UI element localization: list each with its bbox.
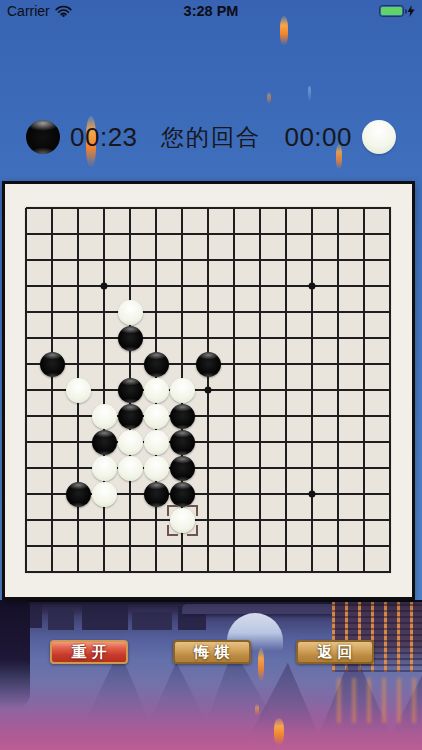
black-stone	[118, 326, 143, 351]
board-cell[interactable]	[273, 481, 299, 507]
board-cell[interactable]	[65, 273, 91, 299]
board-cell[interactable]	[39, 377, 65, 403]
board-cell[interactable]	[91, 507, 117, 533]
black-stone	[118, 404, 143, 429]
board-cell[interactable]	[39, 221, 65, 247]
board-cell[interactable]	[325, 455, 351, 481]
board-cell[interactable]	[325, 559, 351, 585]
board-cell[interactable]	[143, 455, 169, 481]
clock: 3:28 PM	[0, 3, 422, 19]
board-cell[interactable]	[169, 507, 195, 533]
board-cell[interactable]	[39, 195, 65, 221]
board-cell[interactable]	[377, 533, 403, 559]
board-cell[interactable]	[13, 325, 39, 351]
board-cell[interactable]	[65, 455, 91, 481]
board-cell[interactable]	[221, 247, 247, 273]
board-cell[interactable]	[143, 273, 169, 299]
board-cell[interactable]	[117, 377, 143, 403]
white-stone	[92, 404, 117, 429]
white-stone	[118, 300, 143, 325]
white-stone	[118, 456, 143, 481]
board-cell[interactable]	[351, 403, 377, 429]
board-cell[interactable]	[13, 221, 39, 247]
board-cell[interactable]	[91, 351, 117, 377]
board-cell[interactable]	[195, 195, 221, 221]
board-cell[interactable]	[299, 455, 325, 481]
board-cell[interactable]	[273, 377, 299, 403]
black-stone	[170, 404, 195, 429]
board-cell[interactable]	[65, 559, 91, 585]
board-cell[interactable]	[13, 481, 39, 507]
board-cell[interactable]	[325, 377, 351, 403]
board-cell[interactable]	[351, 559, 377, 585]
board-cell[interactable]	[273, 351, 299, 377]
board-cell[interactable]	[221, 481, 247, 507]
board-cell[interactable]	[65, 299, 91, 325]
board-cell[interactable]	[117, 221, 143, 247]
board-cell[interactable]	[143, 325, 169, 351]
black-stone	[66, 482, 91, 507]
turn-hud: 您的回合 00:23 00:00	[0, 115, 422, 159]
board-cell[interactable]	[377, 247, 403, 273]
board-cell[interactable]	[325, 533, 351, 559]
board-cell[interactable]	[273, 325, 299, 351]
black-stone	[170, 456, 195, 481]
board-cell[interactable]	[221, 377, 247, 403]
board-cell[interactable]	[117, 455, 143, 481]
black-stone	[40, 352, 65, 377]
board-cell[interactable]	[195, 429, 221, 455]
board-panel	[2, 181, 415, 600]
board-cell[interactable]	[143, 299, 169, 325]
board-cell[interactable]	[195, 481, 221, 507]
board-cell[interactable]	[65, 533, 91, 559]
board-cell[interactable]	[13, 559, 39, 585]
board-cell[interactable]	[325, 221, 351, 247]
white-stone	[144, 378, 169, 403]
board-cell[interactable]	[91, 273, 117, 299]
board-cell[interactable]	[39, 273, 65, 299]
board-cell[interactable]	[195, 533, 221, 559]
board-cell[interactable]	[247, 351, 273, 377]
board-cell[interactable]	[169, 221, 195, 247]
board-cell[interactable]	[247, 429, 273, 455]
board-cell[interactable]	[247, 221, 273, 247]
board-cell[interactable]	[143, 247, 169, 273]
white-stone	[92, 456, 117, 481]
board-cell[interactable]	[117, 247, 143, 273]
board-cell[interactable]	[351, 351, 377, 377]
board-cell[interactable]	[273, 299, 299, 325]
board-cell[interactable]	[91, 455, 117, 481]
board-cell[interactable]	[39, 533, 65, 559]
board-cell[interactable]	[247, 455, 273, 481]
board-cell[interactable]	[13, 455, 39, 481]
board-cell[interactable]	[377, 429, 403, 455]
board-cell[interactable]	[325, 325, 351, 351]
board-cell[interactable]	[221, 299, 247, 325]
board-cell[interactable]	[195, 377, 221, 403]
board-cell[interactable]	[117, 481, 143, 507]
board-cell[interactable]	[273, 221, 299, 247]
board-cell[interactable]	[91, 299, 117, 325]
ember-particle	[267, 92, 271, 104]
board-cell[interactable]	[221, 325, 247, 351]
action-buttons: 重开 悔棋 返回	[0, 640, 422, 668]
white-stone	[144, 430, 169, 455]
board-cell[interactable]	[377, 221, 403, 247]
board-cell[interactable]	[195, 325, 221, 351]
white-stone	[92, 482, 117, 507]
board-cell[interactable]	[299, 559, 325, 585]
board-cell[interactable]	[39, 481, 65, 507]
board-cell[interactable]	[65, 195, 91, 221]
board-cell[interactable]	[143, 507, 169, 533]
board-cell[interactable]	[143, 559, 169, 585]
white-stone	[170, 378, 195, 403]
board-cell[interactable]	[377, 559, 403, 585]
board-cell[interactable]	[91, 221, 117, 247]
board-cell[interactable]	[221, 507, 247, 533]
board-cell[interactable]	[299, 481, 325, 507]
board-cell[interactable]	[195, 559, 221, 585]
board-cell[interactable]	[195, 247, 221, 273]
board-cell[interactable]	[221, 221, 247, 247]
board-cell[interactable]	[221, 195, 247, 221]
board-cell[interactable]	[377, 273, 403, 299]
board-cell[interactable]	[377, 325, 403, 351]
board-cell[interactable]	[195, 221, 221, 247]
board-cell[interactable]	[351, 507, 377, 533]
black-stone	[92, 430, 117, 455]
board-cell[interactable]	[247, 507, 273, 533]
turn-label: 您的回合	[0, 122, 422, 153]
black-stone	[144, 482, 169, 507]
board-cell[interactable]	[299, 247, 325, 273]
board-cell[interactable]	[91, 247, 117, 273]
board-cell[interactable]	[351, 299, 377, 325]
board-cell[interactable]	[325, 273, 351, 299]
board-cell[interactable]	[299, 533, 325, 559]
board-cell[interactable]	[143, 377, 169, 403]
board-cell[interactable]	[221, 351, 247, 377]
board-cell[interactable]	[117, 403, 143, 429]
board-cell[interactable]	[377, 351, 403, 377]
board-cell[interactable]	[195, 507, 221, 533]
board-cell[interactable]	[143, 221, 169, 247]
board-cell[interactable]	[377, 195, 403, 221]
board-cell[interactable]	[13, 429, 39, 455]
board-cell[interactable]	[325, 351, 351, 377]
board-cell[interactable]	[325, 299, 351, 325]
board-cell[interactable]	[169, 195, 195, 221]
black-stone	[170, 430, 195, 455]
last-move-marker	[167, 505, 198, 536]
board-cell[interactable]	[325, 429, 351, 455]
board-cell[interactable]	[273, 429, 299, 455]
board-cell[interactable]	[143, 533, 169, 559]
board-cell[interactable]	[117, 559, 143, 585]
board-cell[interactable]	[377, 403, 403, 429]
board-cell[interactable]	[91, 559, 117, 585]
board-cell[interactable]	[299, 325, 325, 351]
board-cell[interactable]	[65, 507, 91, 533]
window-reflections	[337, 678, 422, 723]
board-cell[interactable]	[39, 325, 65, 351]
board-cell[interactable]	[377, 507, 403, 533]
board-cell[interactable]	[65, 221, 91, 247]
board-cell[interactable]	[91, 195, 117, 221]
board-cell[interactable]	[195, 403, 221, 429]
gomoku-board	[13, 195, 403, 585]
board-cell[interactable]	[273, 247, 299, 273]
board-cell[interactable]	[247, 481, 273, 507]
board-cell[interactable]	[299, 403, 325, 429]
board-cell[interactable]	[65, 351, 91, 377]
board-cell[interactable]	[195, 351, 221, 377]
board-cell[interactable]	[195, 455, 221, 481]
board-cell[interactable]	[221, 533, 247, 559]
board-cell[interactable]	[195, 273, 221, 299]
board-cell[interactable]	[299, 377, 325, 403]
ember-particle	[308, 86, 311, 102]
white-stone	[144, 456, 169, 481]
board-cell[interactable]	[117, 273, 143, 299]
board-cell[interactable]	[351, 429, 377, 455]
board-cell[interactable]	[299, 221, 325, 247]
board-cell[interactable]	[247, 403, 273, 429]
white-stone	[118, 430, 143, 455]
board-cell[interactable]	[13, 507, 39, 533]
board-cell[interactable]	[39, 299, 65, 325]
black-stone	[144, 352, 169, 377]
board-cell[interactable]	[351, 221, 377, 247]
board-cell[interactable]	[351, 481, 377, 507]
board-cell[interactable]	[13, 273, 39, 299]
board-cell[interactable]	[13, 299, 39, 325]
board-cell[interactable]	[273, 507, 299, 533]
white-stone	[66, 378, 91, 403]
battery-icon	[379, 5, 404, 17]
board-cell[interactable]	[117, 325, 143, 351]
board-cell[interactable]	[169, 533, 195, 559]
board-cell[interactable]	[91, 377, 117, 403]
board-cell[interactable]	[143, 351, 169, 377]
board-cell[interactable]	[91, 429, 117, 455]
board-cell[interactable]	[351, 325, 377, 351]
board-cell[interactable]	[247, 559, 273, 585]
board-cell[interactable]	[351, 247, 377, 273]
board-cell[interactable]	[195, 299, 221, 325]
black-stone	[196, 352, 221, 377]
board-cell[interactable]	[39, 507, 65, 533]
board-cell[interactable]	[273, 403, 299, 429]
board-cell[interactable]	[351, 533, 377, 559]
board-cell[interactable]	[39, 247, 65, 273]
board-cell[interactable]	[169, 429, 195, 455]
board-cell[interactable]	[169, 299, 195, 325]
board-cell[interactable]	[299, 299, 325, 325]
board-cell[interactable]	[351, 455, 377, 481]
board-cell[interactable]	[325, 507, 351, 533]
board-cell[interactable]	[377, 455, 403, 481]
board-cell[interactable]	[247, 377, 273, 403]
board-cell[interactable]	[377, 299, 403, 325]
board-cell[interactable]	[325, 481, 351, 507]
board-cell[interactable]	[65, 325, 91, 351]
board-cell[interactable]	[377, 481, 403, 507]
board-cell[interactable]	[65, 247, 91, 273]
board-cell[interactable]	[117, 351, 143, 377]
board-cell[interactable]	[247, 325, 273, 351]
board-cell[interactable]	[299, 351, 325, 377]
board-cell[interactable]	[169, 273, 195, 299]
board-cell[interactable]	[39, 403, 65, 429]
board-cell[interactable]	[221, 273, 247, 299]
board-cell[interactable]	[39, 351, 65, 377]
board-cell[interactable]	[377, 377, 403, 403]
board-cell[interactable]	[65, 429, 91, 455]
board-cell[interactable]	[247, 247, 273, 273]
board-cell[interactable]	[273, 455, 299, 481]
board-cell[interactable]	[299, 195, 325, 221]
board-cell[interactable]	[143, 429, 169, 455]
board-cell[interactable]	[39, 559, 65, 585]
board-cell[interactable]	[117, 299, 143, 325]
board-cell[interactable]	[169, 351, 195, 377]
board-cell[interactable]	[273, 195, 299, 221]
board-cell[interactable]	[13, 247, 39, 273]
board-cell[interactable]	[13, 403, 39, 429]
board-cell[interactable]	[13, 195, 39, 221]
board-cell[interactable]	[91, 533, 117, 559]
board-cell[interactable]	[169, 403, 195, 429]
board-cell[interactable]	[91, 403, 117, 429]
board-cell[interactable]	[143, 403, 169, 429]
board-cell[interactable]	[13, 351, 39, 377]
charging-bolt-icon	[407, 5, 415, 17]
black-stone	[118, 378, 143, 403]
board-cell[interactable]	[169, 455, 195, 481]
board-cell[interactable]	[351, 273, 377, 299]
board-cell[interactable]	[351, 195, 377, 221]
board-cell[interactable]	[117, 507, 143, 533]
background-scene	[0, 600, 422, 750]
board-cell[interactable]	[299, 507, 325, 533]
board-cell[interactable]	[325, 247, 351, 273]
board-cell[interactable]	[273, 273, 299, 299]
board-cell[interactable]	[221, 455, 247, 481]
board-cell[interactable]	[117, 195, 143, 221]
board-cell[interactable]	[247, 273, 273, 299]
black-stone	[170, 482, 195, 507]
board-cell[interactable]	[143, 195, 169, 221]
undo-button[interactable]: 悔棋	[173, 640, 251, 664]
board-cell[interactable]	[221, 429, 247, 455]
board-cell[interactable]	[13, 377, 39, 403]
board-cell[interactable]	[39, 429, 65, 455]
back-button[interactable]: 返回	[296, 640, 374, 664]
board-cell[interactable]	[351, 377, 377, 403]
board-cell[interactable]	[299, 429, 325, 455]
app-screen: Carrier 3:28 PM 您的回合 00:23 00:00	[0, 0, 422, 750]
board-cell[interactable]	[91, 481, 117, 507]
board-cell[interactable]	[325, 195, 351, 221]
board-cell[interactable]	[221, 559, 247, 585]
board-cell[interactable]	[247, 299, 273, 325]
board-cell[interactable]	[143, 481, 169, 507]
white-stone	[144, 404, 169, 429]
board-cell[interactable]	[117, 429, 143, 455]
board-cell[interactable]	[221, 403, 247, 429]
board-cell[interactable]	[39, 455, 65, 481]
board-cell[interactable]	[65, 403, 91, 429]
board-cell[interactable]	[169, 559, 195, 585]
restart-button[interactable]: 重开	[50, 640, 128, 664]
board-cell[interactable]	[169, 481, 195, 507]
board-cell[interactable]	[65, 481, 91, 507]
board-cell[interactable]	[273, 533, 299, 559]
board-cell[interactable]	[273, 559, 299, 585]
board-cell[interactable]	[169, 325, 195, 351]
board-cell[interactable]	[169, 377, 195, 403]
board-cell[interactable]	[117, 533, 143, 559]
board-cell[interactable]	[91, 325, 117, 351]
board-cell[interactable]	[299, 273, 325, 299]
board-cell[interactable]	[13, 533, 39, 559]
board-cell[interactable]	[325, 403, 351, 429]
board-cell[interactable]	[247, 195, 273, 221]
board-cell[interactable]	[169, 247, 195, 273]
board-cell[interactable]	[247, 533, 273, 559]
status-bar: Carrier 3:28 PM	[0, 0, 422, 22]
board-cell[interactable]	[65, 377, 91, 403]
